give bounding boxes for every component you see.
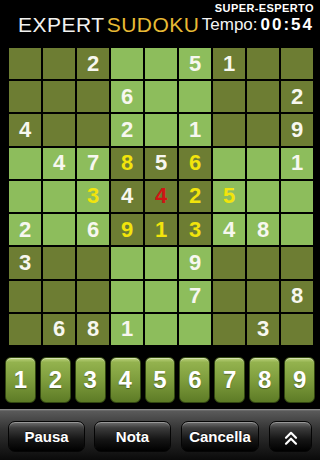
cell-r3c6[interactable]: 1 [179, 114, 211, 145]
cell-r2c5[interactable] [145, 81, 177, 112]
cell-r6c2[interactable] [43, 214, 75, 245]
cell-r9c6[interactable] [179, 314, 211, 345]
cell-r6c3[interactable]: 6 [77, 214, 109, 245]
cell-r2c2[interactable] [43, 81, 75, 112]
cell-r6c8[interactable]: 8 [247, 214, 279, 245]
numpad-button-4[interactable]: 4 [110, 357, 141, 403]
cell-r4c7[interactable] [213, 148, 245, 179]
cell-r5c1[interactable] [9, 181, 41, 212]
cell-r6c6[interactable]: 3 [179, 214, 211, 245]
cell-r9c3[interactable]: 8 [77, 314, 109, 345]
chevron-double-up-icon [281, 427, 301, 447]
cell-r8c6[interactable]: 7 [179, 281, 211, 312]
cell-r5c7[interactable]: 5 [213, 181, 245, 212]
cell-r6c7[interactable]: 4 [213, 214, 245, 245]
cell-r9c9[interactable] [281, 314, 313, 345]
cell-r1c6[interactable]: 5 [179, 48, 211, 79]
cell-r7c2[interactable] [43, 247, 75, 278]
cell-r4c3[interactable]: 7 [77, 148, 109, 179]
timer-label: Tempo: [202, 15, 258, 34]
cell-r9c8[interactable]: 3 [247, 314, 279, 345]
cell-r7c5[interactable] [145, 247, 177, 278]
cell-r5c8[interactable] [247, 181, 279, 212]
cell-r6c5[interactable]: 1 [145, 214, 177, 245]
numpad-button-2[interactable]: 2 [40, 357, 71, 403]
cell-r2c1[interactable] [9, 81, 41, 112]
game-hud: SUPER-ESPERTO Tempo:00:54 [202, 2, 314, 35]
numpad-button-9[interactable]: 9 [284, 357, 315, 403]
cell-r1c4[interactable] [111, 48, 143, 79]
cell-r3c8[interactable] [247, 114, 279, 145]
numpad-button-7[interactable]: 7 [214, 357, 245, 403]
pause-button[interactable]: Pausa [8, 421, 85, 452]
cell-r5c5[interactable]: 4 [145, 181, 177, 212]
cell-r9c2[interactable]: 6 [43, 314, 75, 345]
numpad: 123456789 [0, 357, 320, 403]
cell-r4c8[interactable] [247, 148, 279, 179]
cell-r5c9[interactable] [281, 181, 313, 212]
cell-r1c9[interactable] [281, 48, 313, 79]
numpad-button-6[interactable]: 6 [179, 357, 210, 403]
cell-r6c4[interactable]: 9 [111, 214, 143, 245]
cell-r3c2[interactable] [43, 114, 75, 145]
cell-r8c3[interactable] [77, 281, 109, 312]
cell-r7c9[interactable] [281, 247, 313, 278]
app-logo: EXPERTSUDOKU [18, 13, 200, 37]
cell-r4c1[interactable] [9, 148, 41, 179]
numpad-button-5[interactable]: 5 [145, 357, 176, 403]
cell-r1c1[interactable] [9, 48, 41, 79]
cell-r8c1[interactable] [9, 281, 41, 312]
clear-button[interactable]: Cancella [181, 421, 259, 452]
logo-sudoku: SUDOKU [107, 13, 200, 36]
cell-r7c6[interactable]: 9 [179, 247, 211, 278]
note-button[interactable]: Nota [94, 421, 171, 452]
cell-r2c7[interactable] [213, 81, 245, 112]
cell-r7c8[interactable] [247, 247, 279, 278]
cell-r3c5[interactable] [145, 114, 177, 145]
cell-r1c2[interactable] [43, 48, 75, 79]
cell-r5c2[interactable] [43, 181, 75, 212]
cell-r2c4[interactable]: 6 [111, 81, 143, 112]
cell-r6c9[interactable] [281, 214, 313, 245]
cell-r3c1[interactable]: 4 [9, 114, 41, 145]
cell-r8c4[interactable] [111, 281, 143, 312]
cell-r4c2[interactable]: 4 [43, 148, 75, 179]
cell-r2c3[interactable] [77, 81, 109, 112]
cell-r8c9[interactable]: 8 [281, 281, 313, 312]
cell-r8c7[interactable] [213, 281, 245, 312]
numpad-button-1[interactable]: 1 [5, 357, 36, 403]
cell-r7c4[interactable] [111, 247, 143, 278]
cell-r1c3[interactable]: 2 [77, 48, 109, 79]
logo-expert: EXPERT [18, 13, 105, 36]
cell-r5c4[interactable]: 4 [111, 181, 143, 212]
header: EXPERTSUDOKU SUPER-ESPERTO Tempo:00:54 [0, 0, 320, 48]
bottom-toolbar: Pausa Nota Cancella [0, 409, 320, 460]
cell-r8c2[interactable] [43, 281, 75, 312]
cell-r8c8[interactable] [247, 281, 279, 312]
cell-r2c9[interactable]: 2 [281, 81, 313, 112]
cell-r1c5[interactable] [145, 48, 177, 79]
cell-r1c7[interactable]: 1 [213, 48, 245, 79]
cell-r5c6[interactable]: 2 [179, 181, 211, 212]
cell-r4c5[interactable]: 5 [145, 148, 177, 179]
cell-r8c5[interactable] [145, 281, 177, 312]
numpad-button-3[interactable]: 3 [75, 357, 106, 403]
cell-r4c4[interactable]: 8 [111, 148, 143, 179]
difficulty-label: SUPER-ESPERTO [202, 2, 314, 14]
cell-r2c8[interactable] [247, 81, 279, 112]
sudoku-board: 25162421947856134425269134839786813 [9, 48, 313, 345]
cell-r4c6[interactable]: 6 [179, 148, 211, 179]
cell-r3c4[interactable]: 2 [111, 114, 143, 145]
cell-r7c7[interactable] [213, 247, 245, 278]
cell-r9c4[interactable]: 1 [111, 314, 143, 345]
cell-r5c3[interactable]: 3 [77, 181, 109, 212]
cell-r4c9[interactable]: 1 [281, 148, 313, 179]
timer-value: 00:54 [261, 15, 314, 34]
collapse-keyboard-button[interactable] [269, 421, 312, 452]
cell-r6c1[interactable]: 2 [9, 214, 41, 245]
cell-r7c3[interactable] [77, 247, 109, 278]
numpad-button-8[interactable]: 8 [249, 357, 280, 403]
cell-r7c1[interactable]: 3 [9, 247, 41, 278]
cell-r9c7[interactable] [213, 314, 245, 345]
cell-r1c8[interactable] [247, 48, 279, 79]
cell-r9c5[interactable] [145, 314, 177, 345]
cell-r2c6[interactable] [179, 81, 211, 112]
cell-r3c3[interactable] [77, 114, 109, 145]
timer: Tempo:00:54 [202, 15, 314, 35]
cell-r3c9[interactable]: 9 [281, 114, 313, 145]
cell-r3c7[interactable] [213, 114, 245, 145]
cell-r9c1[interactable] [9, 314, 41, 345]
